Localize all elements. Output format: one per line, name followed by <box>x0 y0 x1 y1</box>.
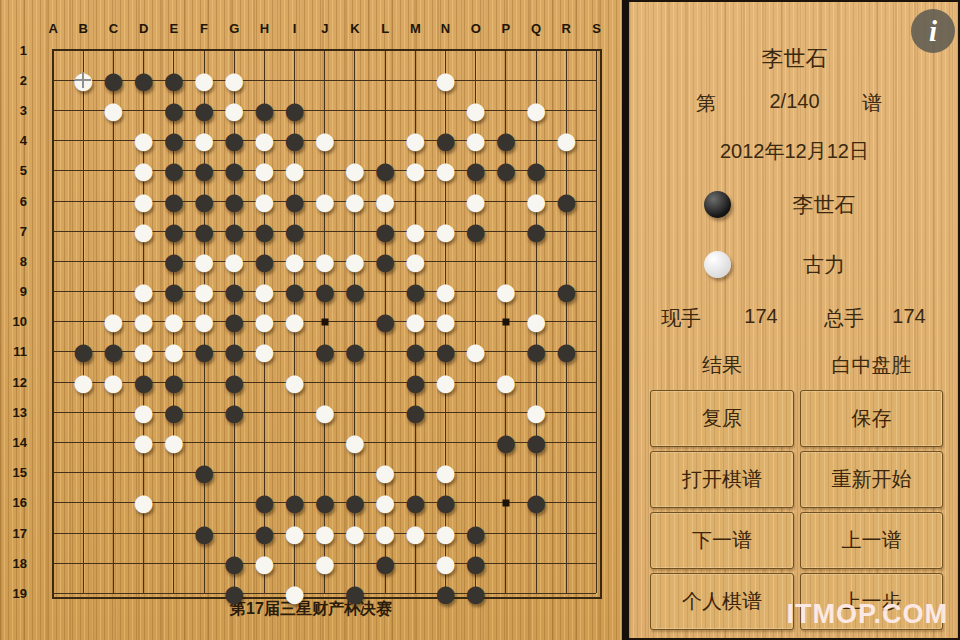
board-cell-C15[interactable] <box>98 458 128 488</box>
board-cell-J17[interactable]: ● <box>310 518 340 548</box>
board-cell-N16[interactable]: ● <box>430 488 460 518</box>
restore-button[interactable]: 复原 <box>650 390 794 447</box>
board-cell-K14[interactable]: ● <box>340 427 370 457</box>
board-cell-C7[interactable] <box>98 216 128 246</box>
board-cell-D13[interactable]: ● <box>129 397 159 427</box>
board-cell-B3[interactable] <box>68 95 98 125</box>
board-cell-F14[interactable] <box>189 427 219 457</box>
board-cell-M11[interactable]: ● <box>400 337 430 367</box>
board-cell-A14[interactable] <box>38 427 68 457</box>
board-cell-F13[interactable] <box>189 397 219 427</box>
board-cell-S9[interactable] <box>581 277 611 307</box>
board-cell-F11[interactable]: ● <box>189 337 219 367</box>
board-cell-L8[interactable]: ● <box>370 246 400 276</box>
board-cell-J2[interactable] <box>310 65 340 95</box>
board-cell-L12[interactable] <box>370 367 400 397</box>
board-cell-Q6[interactable]: ● <box>521 186 551 216</box>
board-cell-S10[interactable] <box>581 307 611 337</box>
board-cell-I6[interactable]: ● <box>280 186 310 216</box>
board-cell-E15[interactable] <box>159 458 189 488</box>
board-cell-N10[interactable]: ● <box>430 307 460 337</box>
board-cell-H9[interactable]: ● <box>249 277 279 307</box>
board-cell-D12[interactable]: ● <box>129 367 159 397</box>
board-cell-R8[interactable] <box>551 246 581 276</box>
board-cell-F18[interactable] <box>189 548 219 578</box>
board-cell-L4[interactable] <box>370 126 400 156</box>
board-cell-K17[interactable]: ● <box>340 518 370 548</box>
board-cell-E11[interactable]: ● <box>159 337 189 367</box>
board-cell-K4[interactable] <box>340 126 370 156</box>
board-cell-J7[interactable] <box>310 216 340 246</box>
board-cell-G6[interactable]: ● <box>219 186 249 216</box>
board-cell-O6[interactable]: ● <box>461 186 491 216</box>
board-cell-L3[interactable] <box>370 95 400 125</box>
board-cell-O9[interactable] <box>461 277 491 307</box>
board-cell-A16[interactable] <box>38 488 68 518</box>
board-cell-L2[interactable] <box>370 65 400 95</box>
board-cell-N12[interactable]: ● <box>430 367 460 397</box>
board-cell-C6[interactable] <box>98 186 128 216</box>
board-cell-G3[interactable]: ● <box>219 95 249 125</box>
board-cell-N14[interactable] <box>430 427 460 457</box>
board-cell-I9[interactable]: ● <box>280 277 310 307</box>
board-cell-R9[interactable]: ● <box>551 277 581 307</box>
board-cell-O11[interactable]: ● <box>461 337 491 367</box>
board-cell-D4[interactable]: ● <box>129 126 159 156</box>
board-cell-P1[interactable] <box>491 35 521 65</box>
board-cell-G4[interactable]: ● <box>219 126 249 156</box>
board-cell-H13[interactable] <box>249 397 279 427</box>
board-cell-M9[interactable]: ● <box>400 277 430 307</box>
board-cell-S8[interactable] <box>581 246 611 276</box>
board-cell-F15[interactable]: ● <box>189 458 219 488</box>
board-cell-P9[interactable]: ● <box>491 277 521 307</box>
board-cell-R4[interactable]: ● <box>551 126 581 156</box>
board-cell-J8[interactable]: ● <box>310 246 340 276</box>
board-cell-H2[interactable] <box>249 65 279 95</box>
board-cell-H18[interactable]: ● <box>249 548 279 578</box>
board-cell-G1[interactable] <box>219 35 249 65</box>
board-cell-R16[interactable] <box>551 488 581 518</box>
board-cell-C8[interactable] <box>98 246 128 276</box>
board-cell-C12[interactable]: ● <box>98 367 128 397</box>
board-cell-I11[interactable] <box>280 337 310 367</box>
board-cell-M16[interactable]: ● <box>400 488 430 518</box>
board-cell-F2[interactable]: ● <box>189 65 219 95</box>
board-cell-K10[interactable] <box>340 307 370 337</box>
board-cell-D15[interactable] <box>129 458 159 488</box>
board-cell-H3[interactable]: ● <box>249 95 279 125</box>
board-cell-E17[interactable] <box>159 518 189 548</box>
board-cell-J11[interactable]: ● <box>310 337 340 367</box>
board-cell-H16[interactable]: ● <box>249 488 279 518</box>
board-cell-J15[interactable] <box>310 458 340 488</box>
board-cell-N13[interactable] <box>430 397 460 427</box>
board-cell-R1[interactable] <box>551 35 581 65</box>
board-cell-Q14[interactable]: ● <box>521 427 551 457</box>
board-cell-P16[interactable] <box>491 488 521 518</box>
board-cell-G13[interactable]: ● <box>219 397 249 427</box>
board-cell-O10[interactable] <box>461 307 491 337</box>
board-cell-K9[interactable]: ● <box>340 277 370 307</box>
board-cell-I7[interactable]: ● <box>280 216 310 246</box>
board-cell-S2[interactable] <box>581 65 611 95</box>
board-cell-P2[interactable] <box>491 65 521 95</box>
board-cell-O12[interactable] <box>461 367 491 397</box>
board-cell-S3[interactable] <box>581 95 611 125</box>
board-cell-H4[interactable]: ● <box>249 126 279 156</box>
board-cell-E5[interactable]: ● <box>159 156 189 186</box>
board-cell-A5[interactable] <box>38 156 68 186</box>
board-cell-C4[interactable] <box>98 126 128 156</box>
board-cell-N7[interactable]: ● <box>430 216 460 246</box>
board-cell-L15[interactable]: ● <box>370 458 400 488</box>
board-cell-M7[interactable]: ● <box>400 216 430 246</box>
board-cell-B5[interactable] <box>68 156 98 186</box>
board-cell-G15[interactable] <box>219 458 249 488</box>
board-cell-S14[interactable] <box>581 427 611 457</box>
board-cell-M4[interactable]: ● <box>400 126 430 156</box>
board-cell-C10[interactable]: ● <box>98 307 128 337</box>
board-cell-A10[interactable] <box>38 307 68 337</box>
board-cell-H8[interactable]: ● <box>249 246 279 276</box>
board-cell-M10[interactable]: ● <box>400 307 430 337</box>
board-cell-K8[interactable]: ● <box>340 246 370 276</box>
board-cell-P6[interactable] <box>491 186 521 216</box>
board-cell-D2[interactable]: ● <box>129 65 159 95</box>
board-cell-C18[interactable] <box>98 548 128 578</box>
board-cell-B14[interactable] <box>68 427 98 457</box>
board-cell-S17[interactable] <box>581 518 611 548</box>
board-cell-O18[interactable]: ● <box>461 548 491 578</box>
board-cell-R15[interactable] <box>551 458 581 488</box>
board-cell-I8[interactable]: ● <box>280 246 310 276</box>
board-cell-R7[interactable] <box>551 216 581 246</box>
board-cell-N9[interactable]: ● <box>430 277 460 307</box>
board-cell-M15[interactable] <box>400 458 430 488</box>
board-cell-A11[interactable] <box>38 337 68 367</box>
board-cell-P5[interactable]: ● <box>491 156 521 186</box>
board-cell-B17[interactable] <box>68 518 98 548</box>
board-cell-L1[interactable] <box>370 35 400 65</box>
board-cell-Q3[interactable]: ● <box>521 95 551 125</box>
board-cell-C3[interactable]: ● <box>98 95 128 125</box>
board-cell-H5[interactable]: ● <box>249 156 279 186</box>
board-cell-C17[interactable] <box>98 518 128 548</box>
board-cell-R6[interactable]: ● <box>551 186 581 216</box>
board-cell-D11[interactable]: ● <box>129 337 159 367</box>
board-cell-I12[interactable]: ● <box>280 367 310 397</box>
board-cell-J18[interactable]: ● <box>310 548 340 578</box>
board-cell-H14[interactable] <box>249 427 279 457</box>
board-cell-B6[interactable] <box>68 186 98 216</box>
board-cell-N1[interactable] <box>430 35 460 65</box>
board-cell-Q2[interactable] <box>521 65 551 95</box>
board-cell-A1[interactable] <box>38 35 68 65</box>
board-cell-J14[interactable] <box>310 427 340 457</box>
board-cell-A6[interactable] <box>38 186 68 216</box>
board-cell-L13[interactable] <box>370 397 400 427</box>
board-cell-D1[interactable] <box>129 35 159 65</box>
board-cell-F5[interactable]: ● <box>189 156 219 186</box>
board-cell-C1[interactable] <box>98 35 128 65</box>
board-cell-K7[interactable] <box>340 216 370 246</box>
board-cell-O15[interactable] <box>461 458 491 488</box>
board-cell-E8[interactable]: ● <box>159 246 189 276</box>
board-cell-J12[interactable] <box>310 367 340 397</box>
board-cell-F10[interactable]: ● <box>189 307 219 337</box>
previous-game-button[interactable]: 上一谱 <box>800 512 943 569</box>
board-cell-H15[interactable] <box>249 458 279 488</box>
board-cell-B10[interactable] <box>68 307 98 337</box>
restart-button[interactable]: 重新开始 <box>800 451 943 508</box>
board-cell-F9[interactable]: ● <box>189 277 219 307</box>
board-cell-C13[interactable] <box>98 397 128 427</box>
personal-kifu-button[interactable]: 个人棋谱 <box>650 573 794 630</box>
board-cell-I2[interactable] <box>280 65 310 95</box>
board-cell-B16[interactable] <box>68 488 98 518</box>
board-cell-N2[interactable]: ● <box>430 65 460 95</box>
board-cell-M17[interactable]: ● <box>400 518 430 548</box>
board-cell-M1[interactable] <box>400 35 430 65</box>
board-cell-Q7[interactable]: ● <box>521 216 551 246</box>
board-cell-I4[interactable]: ● <box>280 126 310 156</box>
board-cell-D7[interactable]: ● <box>129 216 159 246</box>
board-cell-P8[interactable] <box>491 246 521 276</box>
board-cell-O14[interactable] <box>461 427 491 457</box>
save-button[interactable]: 保存 <box>800 390 943 447</box>
board-cell-R10[interactable] <box>551 307 581 337</box>
board-cell-O13[interactable] <box>461 397 491 427</box>
board-cell-G14[interactable] <box>219 427 249 457</box>
board-cell-H17[interactable]: ● <box>249 518 279 548</box>
board-cell-K5[interactable]: ● <box>340 156 370 186</box>
board-cell-O4[interactable]: ● <box>461 126 491 156</box>
board-cell-H11[interactable]: ● <box>249 337 279 367</box>
board-cell-E4[interactable]: ● <box>159 126 189 156</box>
board-cell-N15[interactable]: ● <box>430 458 460 488</box>
board-cell-Q1[interactable] <box>521 35 551 65</box>
board-cell-L10[interactable]: ● <box>370 307 400 337</box>
board-cell-K18[interactable] <box>340 548 370 578</box>
board-cell-R5[interactable] <box>551 156 581 186</box>
board-cell-B15[interactable] <box>68 458 98 488</box>
board-cell-Q13[interactable]: ● <box>521 397 551 427</box>
board-cell-S1[interactable] <box>581 35 611 65</box>
board-cell-I10[interactable]: ● <box>280 307 310 337</box>
board-cell-I15[interactable] <box>280 458 310 488</box>
board-cell-Q17[interactable] <box>521 518 551 548</box>
board-cell-D6[interactable]: ● <box>129 186 159 216</box>
board-cell-L7[interactable]: ● <box>370 216 400 246</box>
board-cell-B1[interactable] <box>68 35 98 65</box>
board-cell-S6[interactable] <box>581 186 611 216</box>
board-cell-C11[interactable]: ● <box>98 337 128 367</box>
board-cell-F12[interactable] <box>189 367 219 397</box>
board-cell-A4[interactable] <box>38 126 68 156</box>
board-cell-P17[interactable] <box>491 518 521 548</box>
board-cell-A8[interactable] <box>38 246 68 276</box>
board-cell-K13[interactable] <box>340 397 370 427</box>
board-cell-K12[interactable] <box>340 367 370 397</box>
board-cell-Q10[interactable]: ● <box>521 307 551 337</box>
board-cell-S4[interactable] <box>581 126 611 156</box>
board-cell-M12[interactable]: ● <box>400 367 430 397</box>
board-cell-E16[interactable] <box>159 488 189 518</box>
board-cell-E7[interactable]: ● <box>159 216 189 246</box>
board-cell-G5[interactable]: ● <box>219 156 249 186</box>
go-board[interactable]: ●●●●●●●●●●●●●●●●●●●●●●●●●●●●●●●●●●●●●●●●… <box>38 35 612 609</box>
board-cell-B12[interactable]: ● <box>68 367 98 397</box>
board-cell-G8[interactable]: ● <box>219 246 249 276</box>
board-cell-G10[interactable]: ● <box>219 307 249 337</box>
board-cell-C5[interactable] <box>98 156 128 186</box>
board-cell-I14[interactable] <box>280 427 310 457</box>
board-cell-H10[interactable]: ● <box>249 307 279 337</box>
board-cell-K11[interactable]: ● <box>340 337 370 367</box>
board-cell-R12[interactable] <box>551 367 581 397</box>
board-cell-M3[interactable] <box>400 95 430 125</box>
board-cell-D3[interactable] <box>129 95 159 125</box>
board-cell-P11[interactable] <box>491 337 521 367</box>
board-cell-E13[interactable]: ● <box>159 397 189 427</box>
board-cell-E6[interactable]: ● <box>159 186 189 216</box>
board-cell-A17[interactable] <box>38 518 68 548</box>
board-cell-F4[interactable]: ● <box>189 126 219 156</box>
board-cell-K15[interactable] <box>340 458 370 488</box>
board-cell-K2[interactable] <box>340 65 370 95</box>
board-cell-G2[interactable]: ● <box>219 65 249 95</box>
board-cell-Q16[interactable]: ● <box>521 488 551 518</box>
board-cell-K3[interactable] <box>340 95 370 125</box>
board-cell-R17[interactable] <box>551 518 581 548</box>
board-cell-P14[interactable]: ● <box>491 427 521 457</box>
board-cell-N3[interactable] <box>430 95 460 125</box>
board-cell-J1[interactable] <box>310 35 340 65</box>
board-cell-L18[interactable]: ● <box>370 548 400 578</box>
board-cell-F8[interactable]: ● <box>189 246 219 276</box>
board-cell-Q5[interactable]: ● <box>521 156 551 186</box>
board-cell-I3[interactable]: ● <box>280 95 310 125</box>
board-cell-Q15[interactable] <box>521 458 551 488</box>
board-cell-M8[interactable]: ● <box>400 246 430 276</box>
board-cell-A18[interactable] <box>38 548 68 578</box>
next-game-button[interactable]: 下一谱 <box>650 512 794 569</box>
board-cell-L14[interactable] <box>370 427 400 457</box>
board-cell-P12[interactable]: ● <box>491 367 521 397</box>
board-cell-S11[interactable] <box>581 337 611 367</box>
board-cell-N6[interactable] <box>430 186 460 216</box>
board-cell-A9[interactable] <box>38 277 68 307</box>
board-cell-B8[interactable] <box>68 246 98 276</box>
board-cell-R13[interactable] <box>551 397 581 427</box>
board-cell-D5[interactable]: ● <box>129 156 159 186</box>
board-cell-N4[interactable]: ● <box>430 126 460 156</box>
board-cell-N11[interactable]: ● <box>430 337 460 367</box>
board-cell-D16[interactable]: ● <box>129 488 159 518</box>
board-cell-E3[interactable]: ● <box>159 95 189 125</box>
board-cell-B4[interactable] <box>68 126 98 156</box>
board-cell-N18[interactable]: ● <box>430 548 460 578</box>
board-cell-B18[interactable] <box>68 548 98 578</box>
board-cell-E12[interactable]: ● <box>159 367 189 397</box>
board-cell-C16[interactable] <box>98 488 128 518</box>
board-cell-N5[interactable]: ● <box>430 156 460 186</box>
board-cell-A12[interactable] <box>38 367 68 397</box>
board-cell-D8[interactable] <box>129 246 159 276</box>
board-cell-R14[interactable] <box>551 427 581 457</box>
board-cell-E1[interactable] <box>159 35 189 65</box>
board-cell-F6[interactable]: ● <box>189 186 219 216</box>
board-cell-N17[interactable]: ● <box>430 518 460 548</box>
board-cell-E9[interactable]: ● <box>159 277 189 307</box>
board-cell-B9[interactable] <box>68 277 98 307</box>
board-cell-H6[interactable]: ● <box>249 186 279 216</box>
board-cell-Q9[interactable] <box>521 277 551 307</box>
board-cell-E2[interactable]: ● <box>159 65 189 95</box>
board-cell-N8[interactable] <box>430 246 460 276</box>
board-cell-H12[interactable] <box>249 367 279 397</box>
board-cell-Q11[interactable]: ● <box>521 337 551 367</box>
board-cell-H1[interactable] <box>249 35 279 65</box>
board-cell-O8[interactable] <box>461 246 491 276</box>
board-cell-J5[interactable] <box>310 156 340 186</box>
board-cell-I1[interactable] <box>280 35 310 65</box>
board-cell-K16[interactable]: ● <box>340 488 370 518</box>
board-cell-P18[interactable] <box>491 548 521 578</box>
board-cell-J16[interactable]: ● <box>310 488 340 518</box>
board-cell-H7[interactable]: ● <box>249 216 279 246</box>
board-cell-A3[interactable] <box>38 95 68 125</box>
board-cell-B2[interactable]: ● <box>68 65 98 95</box>
board-cell-J3[interactable] <box>310 95 340 125</box>
open-kifu-button[interactable]: 打开棋谱 <box>650 451 794 508</box>
board-cell-P3[interactable] <box>491 95 521 125</box>
board-cell-O5[interactable]: ● <box>461 156 491 186</box>
board-cell-D18[interactable] <box>129 548 159 578</box>
board-cell-S7[interactable] <box>581 216 611 246</box>
board-cell-A15[interactable] <box>38 458 68 488</box>
board-cell-S16[interactable] <box>581 488 611 518</box>
board-cell-L11[interactable] <box>370 337 400 367</box>
board-cell-F3[interactable]: ● <box>189 95 219 125</box>
board-cell-I13[interactable] <box>280 397 310 427</box>
board-cell-I18[interactable] <box>280 548 310 578</box>
board-cell-M2[interactable] <box>400 65 430 95</box>
board-cell-K6[interactable]: ● <box>340 186 370 216</box>
board-cell-J9[interactable]: ● <box>310 277 340 307</box>
board-cell-C9[interactable] <box>98 277 128 307</box>
board-cell-Q12[interactable] <box>521 367 551 397</box>
board-cell-J6[interactable]: ● <box>310 186 340 216</box>
board-cell-S12[interactable] <box>581 367 611 397</box>
board-cell-I5[interactable]: ● <box>280 156 310 186</box>
board-cell-F17[interactable]: ● <box>189 518 219 548</box>
board-cell-M18[interactable] <box>400 548 430 578</box>
board-cell-F16[interactable] <box>189 488 219 518</box>
board-cell-O1[interactable] <box>461 35 491 65</box>
board-cell-E10[interactable]: ● <box>159 307 189 337</box>
board-cell-P4[interactable]: ● <box>491 126 521 156</box>
board-cell-S18[interactable] <box>581 548 611 578</box>
board-cell-I16[interactable]: ● <box>280 488 310 518</box>
board-cell-M5[interactable]: ● <box>400 156 430 186</box>
board-cell-I17[interactable]: ● <box>280 518 310 548</box>
board-cell-S13[interactable] <box>581 397 611 427</box>
board-cell-O3[interactable]: ● <box>461 95 491 125</box>
board-cell-E14[interactable]: ● <box>159 427 189 457</box>
board-cell-F7[interactable]: ● <box>189 216 219 246</box>
